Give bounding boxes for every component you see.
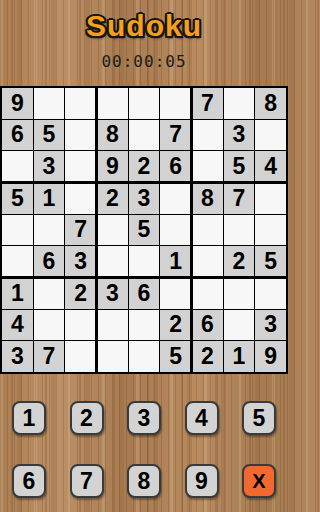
cell-r3c9[interactable]: 4 (255, 151, 286, 182)
cell-r4c6[interactable] (160, 183, 191, 214)
cell-r2c5[interactable] (129, 120, 160, 151)
keypad-row-1: 12345 (0, 401, 288, 435)
cell-r9c7[interactable]: 2 (192, 341, 223, 372)
number-key-2[interactable]: 2 (70, 401, 104, 435)
number-key-1[interactable]: 1 (12, 401, 46, 435)
cell-r3c8[interactable]: 5 (224, 151, 255, 182)
cell-r6c2[interactable]: 6 (34, 246, 65, 277)
cell-r4c3[interactable] (65, 183, 96, 214)
cell-r3c1[interactable] (2, 151, 33, 182)
app-title: Sudoku (0, 9, 288, 43)
cell-r6c1[interactable] (2, 246, 33, 277)
sudoku-app: { "game": "sudoku", "position": "9000007… (0, 0, 288, 512)
cell-r2c8[interactable]: 3 (224, 120, 255, 151)
cell-r9c3[interactable] (65, 341, 96, 372)
cell-r7c9[interactable] (255, 278, 286, 309)
cell-r2c3[interactable] (65, 120, 96, 151)
cell-r4c5[interactable]: 3 (129, 183, 160, 214)
cell-r3c3[interactable] (65, 151, 96, 182)
cell-r8c4[interactable] (97, 310, 128, 341)
number-key-7[interactable]: 7 (70, 464, 104, 498)
number-key-9[interactable]: 9 (185, 464, 219, 498)
cell-r8c7[interactable]: 6 (192, 310, 223, 341)
cell-r5c2[interactable] (34, 215, 65, 246)
cell-r7c3[interactable]: 2 (65, 278, 96, 309)
cell-r9c8[interactable]: 1 (224, 341, 255, 372)
cell-r2c1[interactable]: 6 (2, 120, 33, 151)
cell-r6c3[interactable]: 3 (65, 246, 96, 277)
game-timer: 00:00:05 (0, 52, 288, 71)
cell-r5c4[interactable] (97, 215, 128, 246)
cell-r7c1[interactable]: 1 (2, 278, 33, 309)
delete-key-button[interactable]: X (242, 464, 276, 498)
cell-r6c7[interactable] (192, 246, 223, 277)
cell-r3c4[interactable]: 9 (97, 151, 128, 182)
cell-r4c1[interactable]: 5 (2, 183, 33, 214)
cell-r7c7[interactable] (192, 278, 223, 309)
cell-r8c3[interactable] (65, 310, 96, 341)
cell-r1c7[interactable]: 7 (192, 88, 223, 119)
keypad-row-2: 6789X (0, 464, 288, 498)
cell-r8c6[interactable]: 2 (160, 310, 191, 341)
cell-r4c4[interactable]: 2 (97, 183, 128, 214)
cell-r6c4[interactable] (97, 246, 128, 277)
cell-r3c7[interactable] (192, 151, 223, 182)
cell-r6c8[interactable]: 2 (224, 246, 255, 277)
cell-r1c8[interactable] (224, 88, 255, 119)
cell-r1c9[interactable]: 8 (255, 88, 286, 119)
cell-r2c9[interactable] (255, 120, 286, 151)
cell-r1c1[interactable]: 9 (2, 88, 33, 119)
cell-r8c9[interactable]: 3 (255, 310, 286, 341)
cell-r8c8[interactable] (224, 310, 255, 341)
cell-r4c2[interactable]: 1 (34, 183, 65, 214)
cell-r7c6[interactable] (160, 278, 191, 309)
cell-r2c2[interactable]: 5 (34, 120, 65, 151)
cell-r5c5[interactable]: 5 (129, 215, 160, 246)
number-key-6[interactable]: 6 (12, 464, 46, 498)
number-key-5[interactable]: 5 (242, 401, 276, 435)
cell-r4c9[interactable] (255, 183, 286, 214)
cell-r3c5[interactable]: 2 (129, 151, 160, 182)
cell-r1c4[interactable] (97, 88, 128, 119)
cell-r2c6[interactable]: 7 (160, 120, 191, 151)
cell-r5c8[interactable] (224, 215, 255, 246)
cell-r6c6[interactable]: 1 (160, 246, 191, 277)
cell-r8c2[interactable] (34, 310, 65, 341)
cell-r9c6[interactable]: 5 (160, 341, 191, 372)
cell-r7c2[interactable] (34, 278, 65, 309)
cell-r9c2[interactable]: 7 (34, 341, 65, 372)
sudoku-grid: 9786587339265451238775631251236426337521… (0, 86, 288, 374)
cell-r7c4[interactable]: 3 (97, 278, 128, 309)
cell-r9c5[interactable] (129, 341, 160, 372)
cell-r8c1[interactable]: 4 (2, 310, 33, 341)
cell-r5c9[interactable] (255, 215, 286, 246)
cell-r5c7[interactable] (192, 215, 223, 246)
cell-r9c4[interactable] (97, 341, 128, 372)
cell-r3c2[interactable]: 3 (34, 151, 65, 182)
cell-r4c7[interactable]: 8 (192, 183, 223, 214)
cell-r6c5[interactable] (129, 246, 160, 277)
cell-r3c6[interactable]: 6 (160, 151, 191, 182)
cell-r7c5[interactable]: 6 (129, 278, 160, 309)
cell-r5c3[interactable]: 7 (65, 215, 96, 246)
cell-r2c7[interactable] (192, 120, 223, 151)
cell-r4c8[interactable]: 7 (224, 183, 255, 214)
cell-r2c4[interactable]: 8 (97, 120, 128, 151)
cell-r6c9[interactable]: 5 (255, 246, 286, 277)
number-key-4[interactable]: 4 (185, 401, 219, 435)
number-key-8[interactable]: 8 (127, 464, 161, 498)
cell-r1c2[interactable] (34, 88, 65, 119)
cell-r1c6[interactable] (160, 88, 191, 119)
cell-r8c5[interactable] (129, 310, 160, 341)
cell-r1c3[interactable] (65, 88, 96, 119)
cell-r5c1[interactable] (2, 215, 33, 246)
cell-r7c8[interactable] (224, 278, 255, 309)
cell-r9c9[interactable]: 9 (255, 341, 286, 372)
cell-r5c6[interactable] (160, 215, 191, 246)
number-key-3[interactable]: 3 (127, 401, 161, 435)
cell-r1c5[interactable] (129, 88, 160, 119)
cell-r9c1[interactable]: 3 (2, 341, 33, 372)
